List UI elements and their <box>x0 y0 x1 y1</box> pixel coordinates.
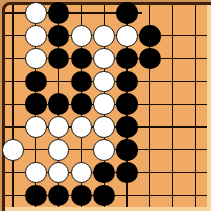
white-stone <box>25 25 47 47</box>
board-cut-edge-right <box>207 0 211 211</box>
black-stone <box>116 93 138 115</box>
black-stone <box>116 48 138 70</box>
black-stone <box>116 2 138 24</box>
white-stone <box>2 139 24 161</box>
white-stone <box>116 25 138 47</box>
black-stone <box>25 71 47 93</box>
black-stone <box>139 48 161 70</box>
black-stone <box>116 139 138 161</box>
black-stone <box>71 93 93 115</box>
white-stone <box>71 116 93 138</box>
white-stone <box>48 139 70 161</box>
white-stone <box>93 71 115 93</box>
black-stone <box>139 25 161 47</box>
white-stone <box>25 2 47 24</box>
board-frame-left-band <box>0 0 3 211</box>
white-stone <box>93 139 115 161</box>
black-stone <box>25 93 47 115</box>
black-stone <box>48 25 70 47</box>
board-cut-edge-bottom <box>0 207 211 211</box>
white-stone <box>93 25 115 47</box>
black-stone <box>48 2 70 24</box>
white-stone <box>93 116 115 138</box>
white-stone <box>93 93 115 115</box>
black-stone <box>116 116 138 138</box>
grid-vertical-line <box>195 4 196 207</box>
black-stone <box>116 162 138 184</box>
white-stone <box>25 116 47 138</box>
white-stone <box>25 162 47 184</box>
black-stone <box>25 185 47 207</box>
white-stone <box>48 116 70 138</box>
black-stone <box>116 71 138 93</box>
white-stone <box>25 48 47 70</box>
grid-vertical-line <box>172 4 173 207</box>
go-board[interactable] <box>0 0 211 211</box>
white-stone <box>71 25 93 47</box>
black-stone <box>93 185 115 207</box>
